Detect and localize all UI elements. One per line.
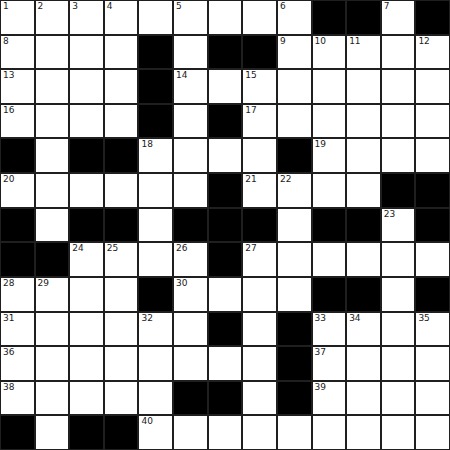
cell-r12-c8[interactable] [278,416,311,449]
cell-r6-c8[interactable] [278,209,311,242]
cell-r8-c7[interactable] [243,278,276,311]
cell-r10-c2[interactable] [70,347,103,380]
cell-r3-c3[interactable] [105,105,138,138]
clue-number: 29 [38,279,49,288]
black-cell-r12-c0 [1,416,34,449]
cell-r4-c1[interactable] [36,139,69,172]
cell-r1-c2[interactable] [70,36,103,69]
cell-r3-c2[interactable] [70,105,103,138]
clue-number: 20 [3,175,14,184]
clue-number: 13 [3,71,14,80]
black-cell-r2-c4 [139,70,172,103]
clue-number: 3 [72,2,78,11]
cell-r1-c9[interactable]: 10 [313,36,346,69]
clue-number: 10 [315,37,326,46]
cell-r2-c2[interactable] [70,70,103,103]
cell-r10-c12[interactable] [416,347,449,380]
cell-r1-c5[interactable] [174,36,207,69]
cell-r10-c7[interactable] [243,347,276,380]
black-cell-r3-c6 [209,105,242,138]
cell-r10-c4[interactable] [139,347,172,380]
cell-r7-c2[interactable]: 24 [70,243,103,276]
cell-r10-c6[interactable] [209,347,242,380]
black-cell-r4-c8 [278,139,311,172]
cell-r9-c11[interactable] [382,313,415,346]
clue-number: 16 [3,106,14,115]
clue-number: 39 [315,383,326,392]
cell-r9-c4[interactable]: 32 [139,313,172,346]
cell-r11-c11[interactable] [382,382,415,415]
black-cell-r8-c12 [416,278,449,311]
cell-r7-c7[interactable]: 27 [243,243,276,276]
cell-r12-c5[interactable] [174,416,207,449]
black-cell-r1-c4 [139,36,172,69]
cell-r2-c1[interactable] [36,70,69,103]
cell-r9-c1[interactable] [36,313,69,346]
cell-r7-c10[interactable] [347,243,380,276]
cell-r9-c7[interactable] [243,313,276,346]
cell-r12-c4[interactable]: 40 [139,416,172,449]
cell-r12-c11[interactable] [382,416,415,449]
clue-number: 37 [315,348,326,357]
cell-r0-c2[interactable]: 3 [70,1,103,34]
cell-r3-c11[interactable] [382,105,415,138]
cell-r2-c10[interactable] [347,70,380,103]
black-cell-r10-c8 [278,347,311,380]
black-cell-r6-c10 [347,209,380,242]
cell-r5-c2[interactable] [70,174,103,207]
clue-number: 36 [3,348,14,357]
clue-number: 33 [315,314,326,323]
cell-r10-c0[interactable]: 36 [1,347,34,380]
cell-r7-c5[interactable]: 26 [174,243,207,276]
cell-r4-c9[interactable]: 19 [313,139,346,172]
cell-r10-c1[interactable] [36,347,69,380]
cell-r7-c4[interactable] [139,243,172,276]
cell-r8-c11[interactable] [382,278,415,311]
cell-r3-c8[interactable] [278,105,311,138]
clue-number: 6 [280,2,286,11]
cell-r11-c4[interactable] [139,382,172,415]
clue-number: 32 [141,314,152,323]
cell-r0-c5[interactable]: 5 [174,1,207,34]
black-cell-r4-c0 [1,139,34,172]
black-cell-r0-c9 [313,1,346,34]
cell-r9-c3[interactable] [105,313,138,346]
cell-r4-c7[interactable] [243,139,276,172]
cell-r9-c9[interactable]: 33 [313,313,346,346]
clue-number: 18 [141,140,152,149]
cell-r4-c11[interactable] [382,139,415,172]
black-cell-r6-c6 [209,209,242,242]
cell-r2-c0[interactable]: 13 [1,70,34,103]
cell-r11-c7[interactable] [243,382,276,415]
black-cell-r11-c5 [174,382,207,415]
cell-r8-c1[interactable]: 29 [36,278,69,311]
cell-r11-c12[interactable] [416,382,449,415]
crossword-board: 1234567891011121314151617181920212223242… [0,0,450,450]
cell-r4-c5[interactable] [174,139,207,172]
cell-r0-c1[interactable]: 2 [36,1,69,34]
cell-r3-c0[interactable]: 16 [1,105,34,138]
cell-r8-c6[interactable] [209,278,242,311]
black-cell-r9-c6 [209,313,242,346]
cell-r7-c11[interactable] [382,243,415,276]
cell-r11-c0[interactable]: 38 [1,382,34,415]
cell-r0-c6[interactable] [209,1,242,34]
cell-r10-c5[interactable] [174,347,207,380]
cell-r8-c0[interactable]: 28 [1,278,34,311]
black-cell-r6-c3 [105,209,138,242]
cell-r8-c3[interactable] [105,278,138,311]
cell-r7-c12[interactable] [416,243,449,276]
clue-number: 27 [245,244,256,253]
cell-r11-c2[interactable] [70,382,103,415]
clue-number: 19 [315,140,326,149]
cell-r12-c7[interactable] [243,416,276,449]
cell-r11-c10[interactable] [347,382,380,415]
clue-number: 14 [176,71,187,80]
cell-r5-c1[interactable] [36,174,69,207]
cell-r11-c1[interactable] [36,382,69,415]
black-cell-r0-c10 [347,1,380,34]
black-cell-r8-c4 [139,278,172,311]
black-cell-r3-c4 [139,105,172,138]
cell-r4-c6[interactable] [209,139,242,172]
clue-number: 9 [280,37,286,46]
cell-r0-c11[interactable]: 7 [382,1,415,34]
clue-number: 31 [3,314,14,323]
black-cell-r1-c6 [209,36,242,69]
cell-r9-c10[interactable]: 34 [347,313,380,346]
cell-r2-c12[interactable] [416,70,449,103]
cell-r2-c5[interactable]: 14 [174,70,207,103]
clue-number: 28 [3,279,14,288]
clue-number: 23 [384,210,395,219]
cell-r2-c7[interactable]: 15 [243,70,276,103]
clue-number: 17 [245,106,256,115]
cell-r0-c8[interactable]: 6 [278,1,311,34]
cell-r1-c1[interactable] [36,36,69,69]
cell-r6-c1[interactable] [36,209,69,242]
cell-r9-c0[interactable]: 31 [1,313,34,346]
black-cell-r7-c6 [209,243,242,276]
black-cell-r6-c5 [174,209,207,242]
cell-r8-c8[interactable] [278,278,311,311]
cell-r0-c3[interactable]: 4 [105,1,138,34]
cell-r1-c3[interactable] [105,36,138,69]
cell-r5-c0[interactable]: 20 [1,174,34,207]
cell-r2-c8[interactable] [278,70,311,103]
black-cell-r8-c10 [347,278,380,311]
cell-r2-c6[interactable] [209,70,242,103]
clue-number: 24 [72,244,83,253]
black-cell-r5-c12 [416,174,449,207]
black-cell-r4-c2 [70,139,103,172]
black-cell-r9-c8 [278,313,311,346]
cell-r3-c5[interactable] [174,105,207,138]
black-cell-r7-c0 [1,243,34,276]
cell-r4-c10[interactable] [347,139,380,172]
black-cell-r4-c3 [105,139,138,172]
clue-number: 21 [245,175,256,184]
cell-r5-c7[interactable]: 21 [243,174,276,207]
cell-r5-c9[interactable] [313,174,346,207]
black-cell-r7-c1 [36,243,69,276]
cell-r5-c8[interactable]: 22 [278,174,311,207]
clue-number: 7 [384,2,390,11]
cell-r9-c12[interactable]: 35 [416,313,449,346]
black-cell-r11-c8 [278,382,311,415]
black-cell-r8-c9 [313,278,346,311]
clue-number: 1 [3,2,9,11]
cell-r5-c10[interactable] [347,174,380,207]
cell-r6-c11[interactable]: 23 [382,209,415,242]
clue-number: 34 [349,314,360,323]
black-cell-r11-c6 [209,382,242,415]
clue-number: 5 [176,2,182,11]
clue-number: 12 [418,37,429,46]
cell-r3-c7[interactable]: 17 [243,105,276,138]
cell-r1-c8[interactable]: 9 [278,36,311,69]
cell-r1-c10[interactable]: 11 [347,36,380,69]
cell-r10-c9[interactable]: 37 [313,347,346,380]
cell-r11-c3[interactable] [105,382,138,415]
cell-r12-c6[interactable] [209,416,242,449]
black-cell-r6-c12 [416,209,449,242]
cell-r5-c5[interactable] [174,174,207,207]
cell-r5-c4[interactable] [139,174,172,207]
clue-number: 4 [107,2,113,11]
clue-number: 25 [107,244,118,253]
cell-r11-c9[interactable]: 39 [313,382,346,415]
cell-r5-c3[interactable] [105,174,138,207]
black-cell-r5-c11 [382,174,415,207]
clue-number: 8 [3,37,9,46]
black-cell-r6-c9 [313,209,346,242]
black-cell-r12-c3 [105,416,138,449]
cell-r10-c10[interactable] [347,347,380,380]
black-cell-r6-c2 [70,209,103,242]
clue-number: 22 [280,175,291,184]
cell-r3-c10[interactable] [347,105,380,138]
cell-r9-c5[interactable] [174,313,207,346]
clue-number: 15 [245,71,256,80]
cell-r12-c12[interactable] [416,416,449,449]
cell-r3-c12[interactable] [416,105,449,138]
cell-r4-c12[interactable] [416,139,449,172]
cell-r12-c10[interactable] [347,416,380,449]
cell-r2-c11[interactable] [382,70,415,103]
cell-r2-c3[interactable] [105,70,138,103]
cell-r0-c4[interactable] [139,1,172,34]
clue-number: 40 [141,417,152,426]
cell-r12-c9[interactable] [313,416,346,449]
black-cell-r0-c12 [416,1,449,34]
cell-r1-c0[interactable]: 8 [1,36,34,69]
cell-r7-c8[interactable] [278,243,311,276]
cell-r7-c9[interactable] [313,243,346,276]
black-cell-r12-c2 [70,416,103,449]
clue-number: 30 [176,279,187,288]
cell-r0-c7[interactable] [243,1,276,34]
cell-r10-c3[interactable] [105,347,138,380]
black-cell-r1-c7 [243,36,276,69]
cell-r1-c12[interactable]: 12 [416,36,449,69]
cell-r4-c4[interactable]: 18 [139,139,172,172]
clue-number: 11 [349,37,360,46]
cell-r3-c9[interactable] [313,105,346,138]
black-cell-r6-c7 [243,209,276,242]
cell-r8-c2[interactable] [70,278,103,311]
clue-number: 35 [418,314,429,323]
cell-r3-c1[interactable] [36,105,69,138]
black-cell-r6-c0 [1,209,34,242]
cell-r1-c11[interactable] [382,36,415,69]
cell-r9-c2[interactable] [70,313,103,346]
cell-r12-c1[interactable] [36,416,69,449]
cell-r7-c3[interactable]: 25 [105,243,138,276]
cell-r2-c9[interactable] [313,70,346,103]
cell-r10-c11[interactable] [382,347,415,380]
cell-r8-c5[interactable]: 30 [174,278,207,311]
clue-number: 38 [3,383,14,392]
clue-number: 2 [38,2,44,11]
cell-r0-c0[interactable]: 1 [1,1,34,34]
clue-number: 26 [176,244,187,253]
black-cell-r5-c6 [209,174,242,207]
cell-r6-c4[interactable] [139,209,172,242]
